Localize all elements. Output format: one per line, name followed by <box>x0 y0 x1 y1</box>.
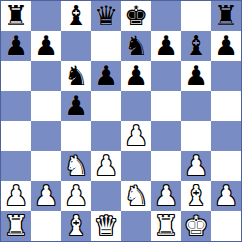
piece-white-rook: ♜ <box>4 211 28 241</box>
square-a1[interactable]: ♜ <box>1 211 31 241</box>
square-h7[interactable]: ♟ <box>211 31 241 61</box>
square-d4[interactable] <box>91 121 121 151</box>
piece-white-knight: ♞ <box>124 181 148 211</box>
square-d7[interactable] <box>91 31 121 61</box>
square-g6[interactable]: ♟ <box>181 61 211 91</box>
square-e8[interactable]: ♚ <box>121 1 151 31</box>
piece-white-bishop: ♝ <box>184 181 208 211</box>
square-a7[interactable]: ♟ <box>1 31 31 61</box>
piece-black-pawn: ♟ <box>214 31 238 61</box>
piece-black-knight: ♞ <box>124 31 148 61</box>
piece-white-pawn: ♟ <box>34 181 58 211</box>
square-g2[interactable]: ♝ <box>181 181 211 211</box>
square-a6[interactable] <box>1 61 31 91</box>
square-c1[interactable]: ♝ <box>61 211 91 241</box>
square-c8[interactable]: ♝ <box>61 1 91 31</box>
chess-board: ♜♝♛♚♜♟♟♞♟♝♟♞♟♟♟♟♟♞♟♟♟♟♟♞♟♝♟♜♝♛♜♚ <box>0 0 242 242</box>
piece-white-bishop: ♝ <box>64 211 88 241</box>
piece-black-pawn: ♟ <box>154 31 178 61</box>
piece-white-pawn: ♟ <box>64 181 88 211</box>
piece-white-king: ♚ <box>184 211 208 241</box>
square-a3[interactable] <box>1 151 31 181</box>
square-d2[interactable] <box>91 181 121 211</box>
piece-white-pawn: ♟ <box>94 151 118 181</box>
square-f3[interactable] <box>151 151 181 181</box>
piece-white-rook: ♜ <box>154 211 178 241</box>
square-c4[interactable] <box>61 121 91 151</box>
piece-black-pawn: ♟ <box>4 31 28 61</box>
square-b2[interactable]: ♟ <box>31 181 61 211</box>
piece-black-knight: ♞ <box>64 61 88 91</box>
chess-board-grid: ♜♝♛♚♜♟♟♞♟♝♟♞♟♟♟♟♟♞♟♟♟♟♟♞♟♝♟♜♝♛♜♚ <box>1 1 241 241</box>
square-g3[interactable]: ♟ <box>181 151 211 181</box>
square-b1[interactable] <box>31 211 61 241</box>
square-h1[interactable] <box>211 211 241 241</box>
square-f5[interactable] <box>151 91 181 121</box>
piece-white-pawn: ♟ <box>184 151 208 181</box>
piece-black-pawn: ♟ <box>124 61 148 91</box>
square-f8[interactable] <box>151 1 181 31</box>
square-h4[interactable] <box>211 121 241 151</box>
square-e3[interactable] <box>121 151 151 181</box>
square-a2[interactable]: ♟ <box>1 181 31 211</box>
square-g7[interactable]: ♝ <box>181 31 211 61</box>
square-b5[interactable] <box>31 91 61 121</box>
square-e1[interactable] <box>121 211 151 241</box>
square-h5[interactable] <box>211 91 241 121</box>
square-d5[interactable] <box>91 91 121 121</box>
square-c7[interactable] <box>61 31 91 61</box>
square-g8[interactable] <box>181 1 211 31</box>
square-e4[interactable]: ♟ <box>121 121 151 151</box>
square-a5[interactable] <box>1 91 31 121</box>
square-b4[interactable] <box>31 121 61 151</box>
square-c5[interactable]: ♟ <box>61 91 91 121</box>
piece-white-pawn: ♟ <box>154 181 178 211</box>
piece-white-pawn: ♟ <box>4 181 28 211</box>
square-e2[interactable]: ♞ <box>121 181 151 211</box>
piece-black-king: ♚ <box>124 1 148 31</box>
square-e7[interactable]: ♞ <box>121 31 151 61</box>
square-c6[interactable]: ♞ <box>61 61 91 91</box>
square-d8[interactable]: ♛ <box>91 1 121 31</box>
piece-white-pawn: ♟ <box>124 121 148 151</box>
square-c2[interactable]: ♟ <box>61 181 91 211</box>
square-c3[interactable]: ♞ <box>61 151 91 181</box>
square-e6[interactable]: ♟ <box>121 61 151 91</box>
piece-black-pawn: ♟ <box>64 91 88 121</box>
square-h3[interactable] <box>211 151 241 181</box>
piece-white-queen: ♛ <box>94 211 118 241</box>
square-h2[interactable]: ♟ <box>211 181 241 211</box>
square-f7[interactable]: ♟ <box>151 31 181 61</box>
piece-black-pawn: ♟ <box>94 61 118 91</box>
square-b3[interactable] <box>31 151 61 181</box>
square-g4[interactable] <box>181 121 211 151</box>
square-a4[interactable] <box>1 121 31 151</box>
square-b7[interactable]: ♟ <box>31 31 61 61</box>
square-h6[interactable] <box>211 61 241 91</box>
square-h8[interactable]: ♜ <box>211 1 241 31</box>
square-f1[interactable]: ♜ <box>151 211 181 241</box>
square-d3[interactable]: ♟ <box>91 151 121 181</box>
square-g5[interactable] <box>181 91 211 121</box>
square-f6[interactable] <box>151 61 181 91</box>
square-g1[interactable]: ♚ <box>181 211 211 241</box>
square-d1[interactable]: ♛ <box>91 211 121 241</box>
square-a8[interactable]: ♜ <box>1 1 31 31</box>
piece-black-pawn: ♟ <box>184 61 208 91</box>
square-d6[interactable]: ♟ <box>91 61 121 91</box>
square-e5[interactable] <box>121 91 151 121</box>
square-b8[interactable] <box>31 1 61 31</box>
square-b6[interactable] <box>31 61 61 91</box>
piece-black-queen: ♛ <box>94 1 118 31</box>
piece-white-knight: ♞ <box>64 151 88 181</box>
piece-white-pawn: ♟ <box>214 181 238 211</box>
piece-black-bishop: ♝ <box>184 31 208 61</box>
square-f2[interactable]: ♟ <box>151 181 181 211</box>
square-f4[interactable] <box>151 121 181 151</box>
piece-black-rook: ♜ <box>4 1 28 31</box>
piece-black-pawn: ♟ <box>34 31 58 61</box>
piece-black-bishop: ♝ <box>64 1 88 31</box>
piece-black-rook: ♜ <box>214 1 238 31</box>
